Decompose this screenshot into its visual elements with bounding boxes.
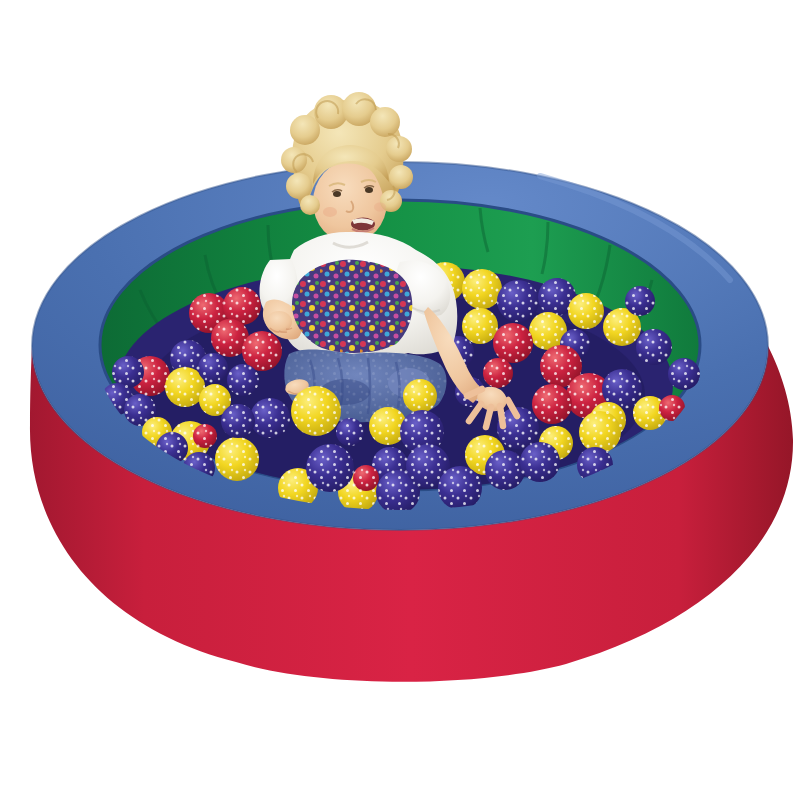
ball-speckles (636, 329, 672, 365)
ball-pit (30, 92, 793, 682)
ball-speckles (579, 411, 621, 453)
ball-speckles (520, 442, 560, 482)
ball-speckles (198, 353, 228, 383)
ball-speckles (483, 358, 513, 388)
ball-speckles (493, 323, 533, 363)
ball-speckles (668, 358, 700, 390)
ball-speckles (625, 286, 655, 316)
ball-speckles (497, 280, 539, 322)
child-left-eye (333, 191, 341, 197)
ball-speckles (336, 418, 364, 446)
ball-speckles (221, 404, 255, 438)
ball-speckles (438, 466, 482, 510)
ball-speckles (250, 398, 290, 438)
ball-speckles (462, 308, 498, 344)
child-shirt-print (292, 260, 412, 353)
ball-speckles (403, 379, 437, 413)
ball-speckles (568, 293, 604, 329)
ball-speckles (462, 269, 502, 309)
ball-speckles (227, 364, 259, 396)
ball-speckles (306, 444, 354, 492)
ball-speckles (193, 424, 217, 448)
ball-pit-photo (0, 0, 800, 800)
ball-speckles (291, 386, 341, 436)
scene-canvas (0, 0, 800, 800)
ball-speckles (353, 465, 379, 491)
ball-speckles (485, 450, 525, 490)
ball-speckles (215, 437, 259, 481)
child-right-eye (365, 187, 373, 193)
ball-speckles (532, 384, 572, 424)
